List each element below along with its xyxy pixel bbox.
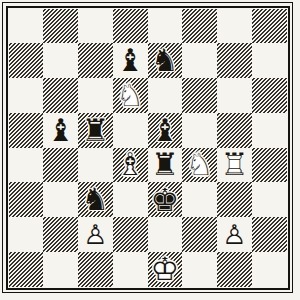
square-d8	[113, 9, 148, 44]
square-e5: ♝	[148, 113, 183, 148]
square-a2	[9, 217, 44, 252]
square-b3	[43, 182, 78, 217]
white-knight-d6: ♘	[113, 78, 148, 113]
square-c3: ♞	[78, 182, 113, 217]
square-e6	[148, 78, 183, 113]
square-g2: ♟♙	[217, 217, 252, 252]
square-c4	[78, 148, 113, 183]
white-pawn-g2: ♙	[217, 217, 252, 252]
white-rook-g4: ♖	[217, 148, 252, 183]
square-f5	[182, 113, 217, 148]
black-bishop-b5: ♝	[43, 113, 78, 148]
square-b5: ♝	[43, 113, 78, 148]
board-frame-inner: ♝♞♞♘♝♜♝♝♗♜♞♘♜♖♞♚♟♙♟♙♚♔	[6, 6, 290, 290]
square-d5	[113, 113, 148, 148]
square-a6	[9, 78, 44, 113]
square-c5: ♜	[78, 113, 113, 148]
square-h3	[252, 182, 287, 217]
square-h2	[252, 217, 287, 252]
white-pawn-c2: ♙	[78, 217, 113, 252]
square-d6: ♞♘	[113, 78, 148, 113]
square-d3	[113, 182, 148, 217]
black-bishop-d7: ♝	[113, 43, 148, 78]
square-b8	[43, 9, 78, 44]
square-h5	[252, 113, 287, 148]
square-h4	[252, 148, 287, 183]
square-c7	[78, 43, 113, 78]
black-rook-c5: ♜	[78, 113, 113, 148]
square-c2: ♟♙	[78, 217, 113, 252]
square-a3	[9, 182, 44, 217]
white-king-e1: ♔	[148, 252, 183, 287]
black-knight-e7: ♞	[148, 43, 183, 78]
square-f3	[182, 182, 217, 217]
square-b7	[43, 43, 78, 78]
square-e2	[148, 217, 183, 252]
square-c8	[78, 9, 113, 44]
square-d7: ♝	[113, 43, 148, 78]
chess-board: ♝♞♞♘♝♜♝♝♗♜♞♘♜♖♞♚♟♙♟♙♚♔	[9, 9, 287, 287]
square-a5	[9, 113, 44, 148]
square-g4: ♜♖	[217, 148, 252, 183]
square-h6	[252, 78, 287, 113]
square-b2	[43, 217, 78, 252]
square-f6	[182, 78, 217, 113]
square-e1: ♚♔	[148, 252, 183, 287]
black-rook-e4: ♜	[148, 148, 183, 183]
square-g6	[217, 78, 252, 113]
square-h7	[252, 43, 287, 78]
square-g1	[217, 252, 252, 287]
square-a4	[9, 148, 44, 183]
white-knight-f4: ♘	[182, 148, 217, 183]
square-f1	[182, 252, 217, 287]
square-c1	[78, 252, 113, 287]
square-f4: ♞♘	[182, 148, 217, 183]
square-a7	[9, 43, 44, 78]
white-bishop-d4: ♗	[113, 148, 148, 183]
square-b1	[43, 252, 78, 287]
square-c6	[78, 78, 113, 113]
square-b6	[43, 78, 78, 113]
square-g8	[217, 9, 252, 44]
square-h1	[252, 252, 287, 287]
square-d2	[113, 217, 148, 252]
square-g5	[217, 113, 252, 148]
square-g7	[217, 43, 252, 78]
square-f2	[182, 217, 217, 252]
square-h8	[252, 9, 287, 44]
black-king-e3: ♚	[148, 182, 183, 217]
board-frame-outer: ♝♞♞♘♝♜♝♝♗♜♞♘♜♖♞♚♟♙♟♙♚♔	[2, 2, 293, 293]
square-f8	[182, 9, 217, 44]
square-b4	[43, 148, 78, 183]
square-a1	[9, 252, 44, 287]
square-e3: ♚	[148, 182, 183, 217]
square-a8	[9, 9, 44, 44]
square-d1	[113, 252, 148, 287]
square-e7: ♞	[148, 43, 183, 78]
square-e8	[148, 9, 183, 44]
square-e4: ♜	[148, 148, 183, 183]
square-f7	[182, 43, 217, 78]
square-g3	[217, 182, 252, 217]
black-bishop-e5: ♝	[148, 113, 183, 148]
black-knight-c3: ♞	[78, 182, 113, 217]
square-d4: ♝♗	[113, 148, 148, 183]
